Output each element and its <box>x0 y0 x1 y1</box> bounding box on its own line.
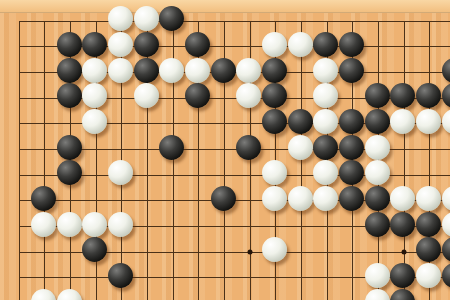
grid-line-vertical <box>198 21 199 300</box>
grid-line-vertical <box>173 21 174 300</box>
grid-line-vertical <box>275 21 276 300</box>
grid-line-vertical <box>327 21 328 300</box>
grid-line-vertical <box>147 21 148 300</box>
stones-layer <box>6 8 450 300</box>
grid-line-vertical <box>44 21 45 300</box>
board-top-edge <box>0 0 450 13</box>
grid-line-horizontal <box>19 226 450 227</box>
grid-line-horizontal <box>19 252 450 253</box>
grid-line-vertical <box>429 21 430 300</box>
black-stone <box>442 83 450 108</box>
white-stone <box>442 109 450 134</box>
grid-line-vertical <box>352 21 353 300</box>
black-stone <box>442 58 450 83</box>
go-board[interactable] <box>0 0 450 300</box>
grid-line-horizontal <box>19 200 450 201</box>
star-point <box>402 250 407 255</box>
black-stone <box>442 237 450 262</box>
grid-line-horizontal <box>19 149 450 150</box>
star-point <box>248 250 253 255</box>
white-stone <box>442 186 450 211</box>
grid-line-horizontal <box>19 72 450 73</box>
grid-line-vertical <box>404 21 405 300</box>
grid-line-vertical <box>70 21 71 300</box>
grid-line-horizontal <box>19 123 450 124</box>
grid-line-vertical <box>96 21 97 300</box>
grid-line-vertical <box>301 21 302 300</box>
grid-line-vertical <box>19 21 20 300</box>
grid-line-horizontal <box>19 175 450 176</box>
grid-line-horizontal <box>19 21 450 22</box>
grid-line-vertical <box>250 21 251 300</box>
grid-line-horizontal <box>19 98 450 99</box>
grid-line-vertical <box>121 21 122 300</box>
white-stone <box>442 212 450 237</box>
black-stone <box>442 263 450 288</box>
grid-line-vertical <box>224 21 225 300</box>
grid-line-vertical <box>378 21 379 300</box>
grid-line-horizontal <box>19 277 450 278</box>
grid-line-horizontal <box>19 46 450 47</box>
